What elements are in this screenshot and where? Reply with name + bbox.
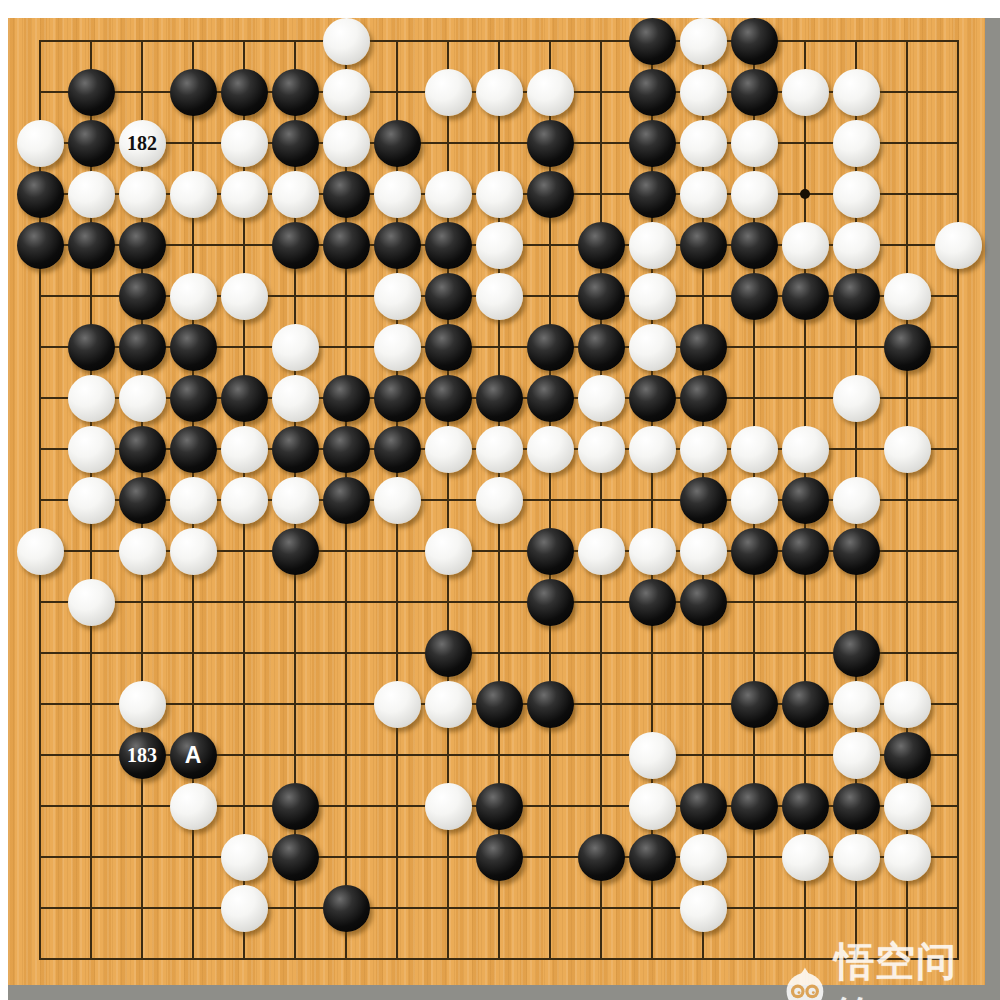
stone-black bbox=[578, 273, 625, 320]
stone-black bbox=[323, 477, 370, 524]
stone-white bbox=[68, 426, 115, 473]
stone-white bbox=[527, 69, 574, 116]
stone-white bbox=[833, 477, 880, 524]
stone-black bbox=[782, 528, 829, 575]
stone-white bbox=[119, 528, 166, 575]
stone-white bbox=[884, 783, 931, 830]
stone-black bbox=[68, 222, 115, 269]
stone-white bbox=[425, 69, 472, 116]
stone-black bbox=[527, 681, 574, 728]
stone-white bbox=[221, 477, 268, 524]
grid-line-horizontal bbox=[39, 601, 959, 603]
stone-white bbox=[731, 477, 778, 524]
stone-white bbox=[425, 171, 472, 218]
stone-white bbox=[221, 426, 268, 473]
stone-black bbox=[272, 528, 319, 575]
stone-black: 183 bbox=[119, 732, 166, 779]
stone-black bbox=[578, 222, 625, 269]
stone-black bbox=[833, 528, 880, 575]
stone-white bbox=[578, 426, 625, 473]
stone-white bbox=[476, 171, 523, 218]
stone-white bbox=[425, 783, 472, 830]
stone-black bbox=[170, 69, 217, 116]
stone-black bbox=[680, 324, 727, 371]
stone-black bbox=[629, 120, 676, 167]
stone-black bbox=[833, 630, 880, 677]
stone-white bbox=[884, 426, 931, 473]
stone-white bbox=[374, 171, 421, 218]
stone-black bbox=[476, 834, 523, 881]
stone-white bbox=[221, 834, 268, 881]
stone-black bbox=[272, 783, 319, 830]
stone-white bbox=[680, 834, 727, 881]
stone-black bbox=[629, 171, 676, 218]
stone-white bbox=[221, 885, 268, 932]
stone-white bbox=[272, 477, 319, 524]
stone-white bbox=[680, 426, 727, 473]
stone-white bbox=[833, 834, 880, 881]
stone-white bbox=[323, 120, 370, 167]
stone-white bbox=[170, 528, 217, 575]
grid-line-horizontal bbox=[39, 652, 959, 654]
stone-black bbox=[629, 834, 676, 881]
stone-black bbox=[170, 375, 217, 422]
stone-black bbox=[374, 222, 421, 269]
stone-black bbox=[68, 324, 115, 371]
stone-black bbox=[170, 426, 217, 473]
stone-white bbox=[782, 222, 829, 269]
stone-black bbox=[578, 834, 625, 881]
stone-white bbox=[833, 120, 880, 167]
stone-black: A bbox=[170, 732, 217, 779]
stone-black bbox=[680, 477, 727, 524]
stone-white bbox=[323, 69, 370, 116]
stone-black bbox=[374, 426, 421, 473]
stone-black bbox=[833, 783, 880, 830]
stone-black bbox=[119, 273, 166, 320]
stone-black bbox=[680, 579, 727, 626]
stone-white bbox=[476, 222, 523, 269]
grid-line-vertical bbox=[600, 40, 602, 960]
stone-black bbox=[323, 222, 370, 269]
stone-black bbox=[782, 273, 829, 320]
stone-white bbox=[578, 528, 625, 575]
stone-white bbox=[578, 375, 625, 422]
stone-black bbox=[425, 222, 472, 269]
stone-black bbox=[476, 783, 523, 830]
stone-white bbox=[68, 375, 115, 422]
stone-black bbox=[272, 426, 319, 473]
stone-white bbox=[272, 324, 319, 371]
stone-black bbox=[17, 222, 64, 269]
stone-label: A bbox=[185, 744, 202, 767]
stone-black bbox=[272, 69, 319, 116]
stone-white bbox=[782, 834, 829, 881]
stone-black bbox=[731, 783, 778, 830]
stone-white bbox=[476, 426, 523, 473]
stone-white bbox=[629, 324, 676, 371]
stone-black bbox=[629, 18, 676, 65]
stone-black bbox=[374, 375, 421, 422]
stone-white bbox=[476, 477, 523, 524]
stone-black bbox=[731, 528, 778, 575]
stone-white: 182 bbox=[119, 120, 166, 167]
stone-black bbox=[374, 120, 421, 167]
stone-black bbox=[731, 681, 778, 728]
stone-black bbox=[221, 69, 268, 116]
stone-white bbox=[731, 426, 778, 473]
stone-black bbox=[578, 324, 625, 371]
stone-white bbox=[680, 528, 727, 575]
stone-black bbox=[782, 783, 829, 830]
stone-white bbox=[680, 69, 727, 116]
stone-white bbox=[68, 477, 115, 524]
stone-white bbox=[629, 528, 676, 575]
stone-black bbox=[119, 426, 166, 473]
stone-black bbox=[731, 69, 778, 116]
stone-white bbox=[221, 120, 268, 167]
stone-black bbox=[527, 579, 574, 626]
stone-white bbox=[680, 18, 727, 65]
stone-black bbox=[323, 375, 370, 422]
stone-black bbox=[680, 783, 727, 830]
stone-white bbox=[425, 681, 472, 728]
grid-line-horizontal bbox=[39, 958, 959, 960]
stone-black bbox=[323, 885, 370, 932]
stone-black bbox=[119, 222, 166, 269]
stone-black bbox=[884, 324, 931, 371]
stone-white bbox=[680, 120, 727, 167]
stone-white bbox=[833, 171, 880, 218]
stone-black bbox=[680, 222, 727, 269]
stone-white bbox=[17, 120, 64, 167]
stone-black bbox=[629, 69, 676, 116]
stone-white bbox=[17, 528, 64, 575]
stone-white bbox=[170, 783, 217, 830]
stone-black bbox=[272, 222, 319, 269]
stone-white bbox=[476, 273, 523, 320]
stone-black bbox=[527, 171, 574, 218]
stone-black bbox=[629, 579, 676, 626]
star-point bbox=[800, 189, 810, 199]
stone-black bbox=[527, 375, 574, 422]
grid-line-horizontal bbox=[39, 907, 959, 909]
stone-white bbox=[374, 273, 421, 320]
stone-black bbox=[323, 426, 370, 473]
stone-white bbox=[833, 681, 880, 728]
stone-white bbox=[119, 375, 166, 422]
stone-white bbox=[68, 171, 115, 218]
stone-label: 183 bbox=[127, 745, 157, 765]
stone-black bbox=[884, 732, 931, 779]
stone-white bbox=[374, 477, 421, 524]
stone-white bbox=[680, 171, 727, 218]
grid-line-vertical bbox=[957, 40, 959, 960]
stone-black bbox=[731, 18, 778, 65]
stone-white bbox=[731, 120, 778, 167]
stone-white bbox=[170, 171, 217, 218]
stone-black bbox=[272, 120, 319, 167]
stone-white bbox=[884, 681, 931, 728]
stone-white bbox=[884, 273, 931, 320]
stone-black bbox=[476, 375, 523, 422]
stone-black bbox=[425, 375, 472, 422]
stone-white bbox=[782, 69, 829, 116]
stone-white bbox=[782, 426, 829, 473]
stone-black bbox=[833, 273, 880, 320]
stone-white bbox=[884, 834, 931, 881]
go-board: 182183A 悟空问答 bbox=[8, 18, 1000, 1000]
stone-white bbox=[68, 579, 115, 626]
stone-black bbox=[170, 324, 217, 371]
stone-white bbox=[833, 732, 880, 779]
stone-black bbox=[476, 681, 523, 728]
stone-black bbox=[272, 834, 319, 881]
stone-black bbox=[527, 528, 574, 575]
stone-white bbox=[833, 375, 880, 422]
stone-white bbox=[425, 426, 472, 473]
stone-white bbox=[629, 783, 676, 830]
stone-white bbox=[170, 477, 217, 524]
stone-black bbox=[731, 222, 778, 269]
stone-black bbox=[782, 477, 829, 524]
watermark: 悟空问答 bbox=[781, 934, 985, 1000]
stone-white bbox=[272, 171, 319, 218]
stone-black bbox=[425, 324, 472, 371]
stone-white bbox=[221, 273, 268, 320]
stone-white bbox=[476, 69, 523, 116]
stone-white bbox=[221, 171, 268, 218]
stone-white bbox=[425, 528, 472, 575]
stone-white bbox=[527, 426, 574, 473]
stone-label: 182 bbox=[127, 133, 157, 153]
stone-white bbox=[935, 222, 982, 269]
stone-black bbox=[68, 69, 115, 116]
stone-black bbox=[782, 681, 829, 728]
stone-black bbox=[629, 375, 676, 422]
stone-white bbox=[119, 171, 166, 218]
stone-white bbox=[629, 426, 676, 473]
wukong-monkey-icon bbox=[781, 963, 829, 1000]
stone-black bbox=[323, 171, 370, 218]
stone-black bbox=[527, 120, 574, 167]
stone-black bbox=[425, 273, 472, 320]
stone-white bbox=[731, 171, 778, 218]
stone-white bbox=[629, 732, 676, 779]
stone-black bbox=[680, 375, 727, 422]
stone-white bbox=[833, 222, 880, 269]
stone-black bbox=[119, 324, 166, 371]
stone-white bbox=[833, 69, 880, 116]
stone-white bbox=[374, 324, 421, 371]
stone-white bbox=[170, 273, 217, 320]
page: 182183A 悟空问答 bbox=[0, 0, 1000, 1000]
stone-black bbox=[119, 477, 166, 524]
stone-white bbox=[680, 885, 727, 932]
stone-white bbox=[323, 18, 370, 65]
stone-white bbox=[629, 222, 676, 269]
stone-black bbox=[68, 120, 115, 167]
stone-black bbox=[17, 171, 64, 218]
stone-black bbox=[527, 324, 574, 371]
stone-black bbox=[221, 375, 268, 422]
stone-black bbox=[425, 630, 472, 677]
stone-white bbox=[374, 681, 421, 728]
stone-black bbox=[731, 273, 778, 320]
stone-white bbox=[272, 375, 319, 422]
stone-white bbox=[629, 273, 676, 320]
stone-white bbox=[119, 681, 166, 728]
